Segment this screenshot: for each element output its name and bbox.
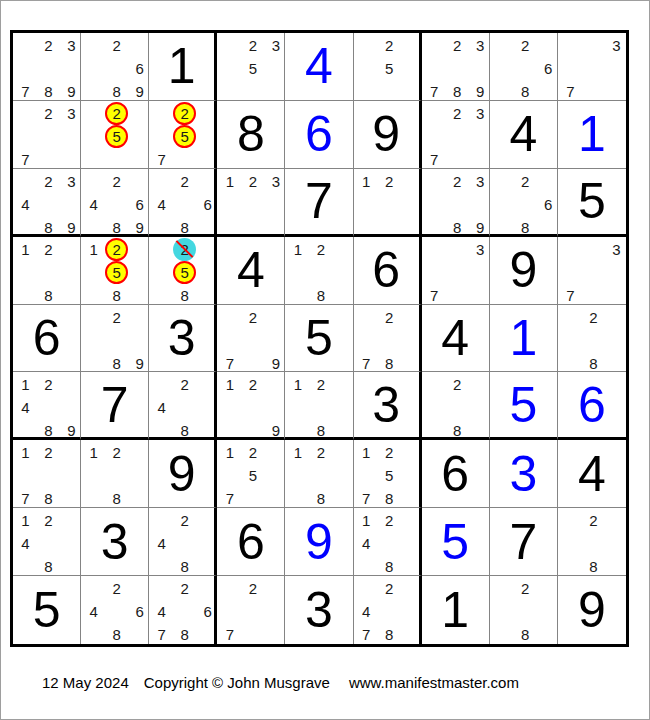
empty-candidate-slot bbox=[378, 600, 401, 623]
candidate-8: 8 bbox=[378, 623, 401, 646]
empty-candidate-slot bbox=[423, 216, 446, 239]
given-value: 1 bbox=[168, 41, 196, 91]
empty-candidate-slot bbox=[446, 396, 469, 419]
candidate-1: 1 bbox=[355, 170, 378, 193]
candidate-6: 6 bbox=[196, 600, 219, 623]
empty-candidate-slot bbox=[491, 34, 514, 57]
empty-candidate-slot bbox=[378, 329, 401, 352]
empty-candidate-slot bbox=[446, 238, 469, 261]
cell-r9c5[interactable]: 3 bbox=[285, 576, 353, 644]
empty-candidate-slot bbox=[605, 306, 628, 329]
pencil-grid: 237 bbox=[13, 101, 80, 168]
empty-candidate-slot bbox=[264, 577, 287, 600]
empty-candidate-slot bbox=[401, 487, 424, 510]
empty-candidate-slot bbox=[150, 102, 173, 125]
empty-candidate-slot bbox=[446, 193, 469, 216]
empty-candidate-slot bbox=[241, 80, 264, 103]
empty-candidate-slot bbox=[128, 148, 151, 171]
candidate-7: 7 bbox=[423, 284, 446, 307]
empty-candidate-slot bbox=[378, 193, 401, 216]
empty-candidate-slot bbox=[469, 373, 492, 396]
cell-r6c2[interactable]: 7 bbox=[81, 372, 149, 440]
cell-r8c1[interactable]: 1248 bbox=[13, 508, 81, 576]
empty-candidate-slot bbox=[60, 509, 83, 532]
empty-candidate-slot bbox=[423, 125, 446, 148]
empty-candidate-slot bbox=[423, 170, 446, 193]
pencil-grid: 1248 bbox=[354, 508, 419, 575]
empty-candidate-slot bbox=[401, 80, 424, 103]
cell-r9c8[interactable]: 28 bbox=[490, 576, 558, 644]
empty-candidate-slot bbox=[196, 532, 219, 555]
cell-r2c8[interactable]: 4 bbox=[490, 101, 558, 169]
empty-candidate-slot bbox=[401, 57, 424, 80]
candidate-2: 2 bbox=[241, 441, 264, 464]
empty-candidate-slot bbox=[128, 238, 151, 261]
empty-candidate-slot bbox=[241, 329, 264, 352]
candidate-4: 4 bbox=[14, 396, 37, 419]
candidate-1: 1 bbox=[82, 238, 105, 261]
empty-candidate-slot bbox=[559, 532, 582, 555]
empty-candidate-slot bbox=[196, 170, 219, 193]
empty-candidate-slot bbox=[401, 193, 424, 216]
empty-candidate-slot bbox=[582, 238, 605, 261]
given-value: 6 bbox=[441, 449, 469, 499]
cell-r9c6[interactable]: 2478 bbox=[354, 576, 422, 644]
cell-r1c1[interactable]: 23789 bbox=[13, 33, 81, 101]
cell-r1c8[interactable]: 268 bbox=[490, 33, 558, 101]
candidate-1: 1 bbox=[82, 441, 105, 464]
empty-candidate-slot bbox=[264, 329, 287, 352]
empty-candidate-slot bbox=[196, 102, 219, 125]
candidate-8: 8 bbox=[37, 284, 60, 307]
cell-r8c2[interactable]: 3 bbox=[81, 508, 149, 576]
empty-candidate-slot bbox=[514, 57, 537, 80]
cell-r6c6[interactable]: 3 bbox=[354, 372, 422, 440]
empty-candidate-slot bbox=[309, 261, 332, 284]
cell-r6c3[interactable]: 248 bbox=[149, 372, 217, 440]
cell-r9c2[interactable]: 2468 bbox=[81, 576, 149, 644]
empty-candidate-slot bbox=[469, 396, 492, 419]
empty-candidate-slot bbox=[446, 284, 469, 307]
cell-r2c9[interactable]: 1 bbox=[558, 101, 626, 169]
cell-r5c1[interactable]: 6 bbox=[13, 305, 81, 373]
empty-candidate-slot bbox=[423, 102, 446, 125]
empty-candidate-slot bbox=[82, 148, 105, 171]
cell-r8c5[interactable]: 9 bbox=[285, 508, 353, 576]
candidate-9: 9 bbox=[60, 216, 83, 239]
empty-candidate-slot bbox=[559, 306, 582, 329]
candidate-2: 2 bbox=[446, 102, 469, 125]
cell-r3c2[interactable]: 24689 bbox=[81, 169, 149, 237]
solved-value: 9 bbox=[305, 517, 333, 567]
empty-candidate-slot bbox=[264, 306, 287, 329]
cell-r7c1[interactable]: 1278 bbox=[13, 440, 81, 508]
empty-candidate-slot bbox=[378, 216, 401, 239]
candidate-2: 2 bbox=[105, 441, 128, 464]
cell-r1c9[interactable]: 37 bbox=[558, 33, 626, 101]
candidate-3: 3 bbox=[469, 34, 492, 57]
candidate-2: 2 bbox=[446, 170, 469, 193]
empty-candidate-slot bbox=[105, 193, 128, 216]
cell-r5c5[interactable]: 5 bbox=[285, 305, 353, 373]
cell-r5c6[interactable]: 278 bbox=[354, 305, 422, 373]
cell-r2c3[interactable]: 257 bbox=[149, 101, 217, 169]
empty-candidate-slot bbox=[264, 600, 287, 623]
cell-r7c5[interactable]: 128 bbox=[285, 440, 353, 508]
empty-candidate-slot bbox=[150, 125, 173, 148]
empty-candidate-slot bbox=[605, 284, 628, 307]
empty-candidate-slot bbox=[559, 509, 582, 532]
cell-r1c6[interactable]: 25 bbox=[354, 33, 422, 101]
empty-candidate-slot bbox=[241, 216, 264, 239]
cell-r2c7[interactable]: 237 bbox=[422, 101, 490, 169]
empty-candidate-slot bbox=[582, 329, 605, 352]
cell-r7c4[interactable]: 1257 bbox=[217, 440, 285, 508]
cell-r1c7[interactable]: 23789 bbox=[422, 33, 490, 101]
given-value: 9 bbox=[578, 585, 606, 635]
candidate-3: 3 bbox=[469, 170, 492, 193]
cell-r4c7[interactable]: 37 bbox=[422, 237, 490, 305]
empty-candidate-slot bbox=[582, 57, 605, 80]
candidate-6: 6 bbox=[128, 193, 151, 216]
pencil-grid: 129 bbox=[217, 372, 284, 437]
empty-candidate-slot bbox=[286, 487, 309, 510]
candidate-9: 9 bbox=[60, 419, 83, 442]
candidate-9: 9 bbox=[264, 419, 287, 442]
candidate-2: 2 bbox=[241, 373, 264, 396]
cell-r6c9[interactable]: 6 bbox=[558, 372, 626, 440]
empty-candidate-slot bbox=[60, 441, 83, 464]
empty-candidate-slot bbox=[14, 464, 37, 487]
candidate-3: 3 bbox=[264, 34, 287, 57]
solved-value: 5 bbox=[509, 380, 537, 430]
cell-r3c9[interactable]: 5 bbox=[558, 169, 626, 237]
empty-candidate-slot bbox=[491, 80, 514, 103]
empty-candidate-slot bbox=[196, 509, 219, 532]
given-value: 3 bbox=[372, 380, 400, 430]
empty-candidate-slot bbox=[173, 396, 196, 419]
cell-r5c9[interactable]: 28 bbox=[558, 305, 626, 373]
empty-candidate-slot bbox=[82, 487, 105, 510]
cell-r8c7[interactable]: 5 bbox=[422, 508, 490, 576]
cell-r5c7[interactable]: 4 bbox=[422, 305, 490, 373]
cell-r1c2[interactable]: 2689 bbox=[81, 33, 149, 101]
given-value: 4 bbox=[237, 245, 265, 295]
empty-candidate-slot bbox=[582, 532, 605, 555]
candidate-7: 7 bbox=[218, 487, 241, 510]
candidate-8: 8 bbox=[105, 216, 128, 239]
candidate-2: 2 bbox=[105, 577, 128, 600]
empty-candidate-slot bbox=[150, 284, 173, 307]
candidate-8: 8 bbox=[309, 487, 332, 510]
empty-candidate-slot bbox=[128, 261, 151, 284]
candidate-4: 4 bbox=[150, 193, 173, 216]
cell-r9c3[interactable]: 24678 bbox=[149, 576, 217, 644]
empty-candidate-slot bbox=[14, 57, 37, 80]
cell-r7c6[interactable]: 12578 bbox=[354, 440, 422, 508]
empty-candidate-slot bbox=[401, 623, 424, 646]
candidate-9: 9 bbox=[128, 80, 151, 103]
candidate-8: 8 bbox=[37, 216, 60, 239]
empty-candidate-slot bbox=[218, 34, 241, 57]
empty-candidate-slot bbox=[196, 577, 219, 600]
empty-candidate-slot bbox=[582, 34, 605, 57]
given-value: 4 bbox=[578, 449, 606, 499]
candidate-7: 7 bbox=[355, 352, 378, 375]
empty-candidate-slot bbox=[559, 555, 582, 578]
given-value: 5 bbox=[578, 176, 606, 226]
candidate-3: 3 bbox=[60, 170, 83, 193]
empty-candidate-slot bbox=[264, 57, 287, 80]
empty-candidate-slot bbox=[264, 216, 287, 239]
cell-r5c3[interactable]: 3 bbox=[149, 305, 217, 373]
cell-r6c5[interactable]: 128 bbox=[285, 372, 353, 440]
cell-r3c7[interactable]: 2389 bbox=[422, 169, 490, 237]
candidate-7: 7 bbox=[559, 80, 582, 103]
empty-candidate-slot bbox=[196, 373, 219, 396]
cell-r6c1[interactable]: 12489 bbox=[13, 372, 81, 440]
given-value: 7 bbox=[305, 176, 333, 226]
cell-r1c5[interactable]: 4 bbox=[285, 33, 353, 101]
cell-r7c7[interactable]: 6 bbox=[422, 440, 490, 508]
candidate-1: 1 bbox=[286, 441, 309, 464]
candidate-2: 2 bbox=[514, 34, 537, 57]
given-value: 9 bbox=[509, 245, 537, 295]
empty-candidate-slot bbox=[82, 284, 105, 307]
cell-r7c2[interactable]: 128 bbox=[81, 440, 149, 508]
pencil-grid: 2389 bbox=[422, 169, 489, 234]
cell-r6c4[interactable]: 129 bbox=[217, 372, 285, 440]
candidate-7: 7 bbox=[559, 284, 582, 307]
empty-candidate-slot bbox=[469, 148, 492, 171]
pencil-grid: 268 bbox=[490, 169, 557, 234]
empty-candidate-slot bbox=[60, 555, 83, 578]
empty-candidate-slot bbox=[196, 284, 219, 307]
empty-candidate-slot bbox=[559, 352, 582, 375]
candidate-2: 2 bbox=[446, 34, 469, 57]
candidate-6: 6 bbox=[537, 193, 560, 216]
empty-candidate-slot bbox=[218, 419, 241, 442]
candidate-2: 2 bbox=[37, 373, 60, 396]
empty-candidate-slot bbox=[605, 329, 628, 352]
cell-r2c2[interactable]: 25 bbox=[81, 101, 149, 169]
cell-r3c3[interactable]: 2468 bbox=[149, 169, 217, 237]
candidate-2: 2 bbox=[37, 34, 60, 57]
candidate-2: 2 bbox=[241, 34, 264, 57]
cell-r2c4[interactable]: 8 bbox=[217, 101, 285, 169]
solved-value: 3 bbox=[509, 449, 537, 499]
pencil-grid: 1258 bbox=[81, 237, 148, 304]
cell-r8c4[interactable]: 6 bbox=[217, 508, 285, 576]
candidate-2: 2 bbox=[37, 170, 60, 193]
empty-candidate-slot bbox=[173, 193, 196, 216]
empty-candidate-slot bbox=[196, 216, 219, 239]
empty-candidate-slot bbox=[537, 577, 560, 600]
candidate-4: 4 bbox=[82, 193, 105, 216]
empty-candidate-slot bbox=[241, 487, 264, 510]
candidate-7: 7 bbox=[150, 148, 173, 171]
cell-r4c8[interactable]: 9 bbox=[490, 237, 558, 305]
pencil-grid: 128 bbox=[285, 440, 352, 507]
candidate-2: 2 bbox=[378, 34, 401, 57]
empty-candidate-slot bbox=[378, 80, 401, 103]
candidate-7: 7 bbox=[150, 623, 173, 646]
candidate-2-highlighted-yellow: 2 bbox=[105, 102, 128, 125]
empty-candidate-slot bbox=[332, 464, 355, 487]
empty-candidate-slot bbox=[82, 306, 105, 329]
candidate-2: 2 bbox=[173, 577, 196, 600]
candidate-8: 8 bbox=[309, 419, 332, 442]
cell-r4c6[interactable]: 6 bbox=[354, 237, 422, 305]
cell-r2c1[interactable]: 237 bbox=[13, 101, 81, 169]
empty-candidate-slot bbox=[60, 373, 83, 396]
empty-candidate-slot bbox=[128, 329, 151, 352]
cell-r9c1[interactable]: 5 bbox=[13, 576, 81, 644]
empty-candidate-slot bbox=[355, 329, 378, 352]
empty-candidate-slot bbox=[582, 261, 605, 284]
cell-r9c9[interactable]: 9 bbox=[558, 576, 626, 644]
pencil-grid: 2468 bbox=[81, 576, 148, 644]
solved-value: 6 bbox=[305, 109, 333, 159]
candidate-8: 8 bbox=[378, 487, 401, 510]
empty-candidate-slot bbox=[559, 57, 582, 80]
candidate-2-highlighted-yellow: 2 bbox=[173, 102, 196, 125]
cell-r4c4[interactable]: 4 bbox=[217, 237, 285, 305]
cell-r4c5[interactable]: 128 bbox=[285, 237, 353, 305]
empty-candidate-slot bbox=[60, 261, 83, 284]
candidate-3: 3 bbox=[605, 34, 628, 57]
candidate-2: 2 bbox=[241, 577, 264, 600]
empty-candidate-slot bbox=[355, 577, 378, 600]
candidate-3: 3 bbox=[469, 102, 492, 125]
empty-candidate-slot bbox=[332, 441, 355, 464]
empty-candidate-slot bbox=[469, 419, 492, 442]
empty-candidate-slot bbox=[514, 193, 537, 216]
given-value: 3 bbox=[305, 585, 333, 635]
pencil-grid: 12489 bbox=[13, 372, 80, 437]
empty-candidate-slot bbox=[14, 34, 37, 57]
candidate-4: 4 bbox=[150, 600, 173, 623]
cell-r3c1[interactable]: 23489 bbox=[13, 169, 81, 237]
empty-candidate-slot bbox=[355, 57, 378, 80]
footer-date: 12 May 2024 bbox=[42, 674, 129, 691]
cell-r7c8[interactable]: 3 bbox=[490, 440, 558, 508]
pencil-grid: 27 bbox=[217, 576, 284, 644]
cell-r4c1[interactable]: 128 bbox=[13, 237, 81, 305]
empty-candidate-slot bbox=[82, 80, 105, 103]
empty-candidate-slot bbox=[401, 464, 424, 487]
pencil-grid: 24689 bbox=[81, 169, 148, 234]
cell-r6c7[interactable]: 28 bbox=[422, 372, 490, 440]
candidate-8: 8 bbox=[37, 80, 60, 103]
cell-r4c9[interactable]: 37 bbox=[558, 237, 626, 305]
cell-r8c9[interactable]: 28 bbox=[558, 508, 626, 576]
cell-r8c8[interactable]: 7 bbox=[490, 508, 558, 576]
cell-r3c5[interactable]: 7 bbox=[285, 169, 353, 237]
candidate-5-highlighted-yellow: 5 bbox=[105, 125, 128, 148]
empty-candidate-slot bbox=[14, 284, 37, 307]
empty-candidate-slot bbox=[218, 306, 241, 329]
candidate-5: 5 bbox=[378, 464, 401, 487]
candidate-7: 7 bbox=[14, 487, 37, 510]
candidate-8: 8 bbox=[514, 623, 537, 646]
cell-r3c4[interactable]: 123 bbox=[217, 169, 285, 237]
cell-r2c5[interactable]: 6 bbox=[285, 101, 353, 169]
candidate-8: 8 bbox=[514, 80, 537, 103]
cell-r6c8[interactable]: 5 bbox=[490, 372, 558, 440]
cell-r2c6[interactable]: 9 bbox=[354, 101, 422, 169]
candidate-2: 2 bbox=[309, 373, 332, 396]
empty-candidate-slot bbox=[605, 509, 628, 532]
cell-r7c3[interactable]: 9 bbox=[149, 440, 217, 508]
candidate-8: 8 bbox=[105, 352, 128, 375]
candidate-2-eliminated-cyan: 2 bbox=[173, 238, 196, 261]
empty-candidate-slot bbox=[128, 170, 151, 193]
empty-candidate-slot bbox=[537, 216, 560, 239]
empty-candidate-slot bbox=[37, 57, 60, 80]
cell-r1c3[interactable]: 1 bbox=[149, 33, 217, 101]
empty-candidate-slot bbox=[82, 577, 105, 600]
pencil-grid: 28 bbox=[558, 508, 626, 575]
empty-candidate-slot bbox=[423, 238, 446, 261]
candidate-9: 9 bbox=[128, 216, 151, 239]
empty-candidate-slot bbox=[264, 373, 287, 396]
cell-r4c3[interactable]: 258 bbox=[149, 237, 217, 305]
empty-candidate-slot bbox=[241, 396, 264, 419]
candidate-6: 6 bbox=[128, 57, 151, 80]
empty-candidate-slot bbox=[491, 577, 514, 600]
cell-r1c4[interactable]: 235 bbox=[217, 33, 285, 101]
pencil-grid: 248 bbox=[149, 508, 214, 575]
candidate-1: 1 bbox=[218, 170, 241, 193]
cell-r5c2[interactable]: 289 bbox=[81, 305, 149, 373]
empty-candidate-slot bbox=[423, 396, 446, 419]
given-value: 3 bbox=[168, 313, 196, 363]
cell-r9c7[interactable]: 1 bbox=[422, 576, 490, 644]
given-value: 1 bbox=[441, 585, 469, 635]
empty-candidate-slot bbox=[332, 419, 355, 442]
cell-r3c8[interactable]: 268 bbox=[490, 169, 558, 237]
empty-candidate-slot bbox=[150, 577, 173, 600]
empty-candidate-slot bbox=[491, 623, 514, 646]
candidate-8: 8 bbox=[105, 80, 128, 103]
empty-candidate-slot bbox=[605, 532, 628, 555]
empty-candidate-slot bbox=[605, 555, 628, 578]
given-value: 6 bbox=[33, 313, 61, 363]
candidate-2: 2 bbox=[378, 509, 401, 532]
empty-candidate-slot bbox=[537, 34, 560, 57]
empty-candidate-slot bbox=[537, 600, 560, 623]
empty-candidate-slot bbox=[150, 238, 173, 261]
cell-r8c6[interactable]: 1248 bbox=[354, 508, 422, 576]
candidate-8: 8 bbox=[309, 284, 332, 307]
cell-r4c2[interactable]: 1258 bbox=[81, 237, 149, 305]
pencil-grid: 128 bbox=[285, 237, 352, 304]
cell-r5c8[interactable]: 1 bbox=[490, 305, 558, 373]
cell-r7c9[interactable]: 4 bbox=[558, 440, 626, 508]
cell-r5c4[interactable]: 279 bbox=[217, 305, 285, 373]
cell-r8c3[interactable]: 248 bbox=[149, 508, 217, 576]
pencil-grid: 237 bbox=[422, 101, 489, 168]
cell-r3c6[interactable]: 12 bbox=[354, 169, 422, 237]
cell-r9c4[interactable]: 27 bbox=[217, 576, 285, 644]
candidate-2-highlighted-yellow: 2 bbox=[105, 238, 128, 261]
empty-candidate-slot bbox=[355, 464, 378, 487]
empty-candidate-slot bbox=[37, 464, 60, 487]
empty-candidate-slot bbox=[264, 441, 287, 464]
empty-candidate-slot bbox=[491, 600, 514, 623]
pencil-grid: 1278 bbox=[13, 440, 80, 507]
